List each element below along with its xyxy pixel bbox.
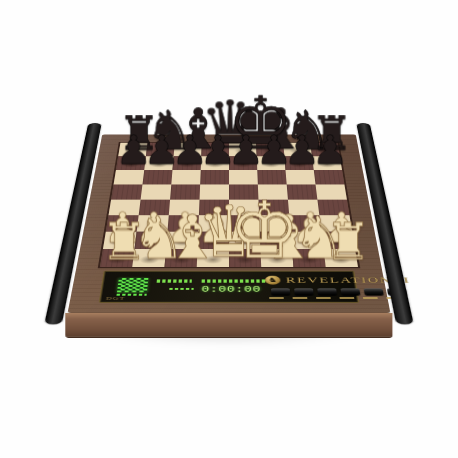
piece-black-pawn[interactable]: ♟ <box>256 134 286 166</box>
square-d6[interactable] <box>200 170 229 184</box>
square-a6[interactable] <box>114 170 145 184</box>
piece-black-pawn[interactable]: ♟ <box>144 134 174 166</box>
square-b5[interactable] <box>141 184 172 199</box>
square-h6[interactable] <box>314 170 345 184</box>
piece-black-pawn[interactable]: ♟ <box>228 134 258 166</box>
product-photo: ♜♞♝♛♚♝♞♜♟♟♟♟♟♟♟♟♟♟♟♟♟♟♟♟♜♞♝♛♚♝♞♜ <box>0 0 458 458</box>
chessboard: ♜♞♝♛♚♝♞♜♟♟♟♟♟♟♟♟♟♟♟♟♟♟♟♟♜♞♝♛♚♝♞♜ <box>98 142 361 268</box>
case-front-face <box>65 313 392 338</box>
piece-black-pawn[interactable]: ♟ <box>312 134 342 166</box>
maker-label: DGT <box>106 296 126 301</box>
button-1[interactable] <box>271 288 290 295</box>
lcd-screen: 0:00:00 <box>117 278 266 295</box>
piece-white-king[interactable]: ♚ <box>229 198 261 261</box>
square-h5[interactable] <box>316 184 347 199</box>
lcd-miniboard-icon <box>117 278 148 292</box>
piece-white-rook[interactable]: ♜ <box>101 221 133 262</box>
lcd-clock-dashes <box>169 288 193 290</box>
piece-black-pawn[interactable]: ♟ <box>116 134 146 166</box>
square-a7[interactable]: ♟ <box>116 156 146 170</box>
lcd-info-text <box>157 279 265 282</box>
lcd-text-segment <box>202 279 266 282</box>
display-panel: 0:00:00 ♞ REVELATION II DGT <box>99 271 360 303</box>
piece-black-pawn[interactable]: ♟ <box>172 134 202 166</box>
square-b6[interactable] <box>142 170 172 184</box>
square-e1[interactable]: ♚ <box>229 249 261 267</box>
chess-computer-case: ♜♞♝♛♚♝♞♜♟♟♟♟♟♟♟♟♟♟♟♟♟♟♟♟♜♞♝♛♚♝♞♜ <box>68 135 391 313</box>
square-g7[interactable]: ♟ <box>284 156 313 170</box>
square-d7[interactable]: ♟ <box>201 156 229 170</box>
square-c5[interactable] <box>170 184 200 199</box>
square-c6[interactable] <box>171 170 200 184</box>
lcd-text-segment <box>157 279 192 282</box>
square-c7[interactable]: ♟ <box>172 156 201 170</box>
button-4[interactable] <box>341 288 361 295</box>
square-g6[interactable] <box>286 170 316 184</box>
square-f6[interactable] <box>257 170 286 184</box>
knight-logo-icon: ♞ <box>265 275 281 284</box>
scene-3d: ♜♞♝♛♚♝♞♜♟♟♟♟♟♟♟♟♟♟♟♟♟♟♟♟♜♞♝♛♚♝♞♜ <box>0 0 458 458</box>
square-h7[interactable]: ♟ <box>312 156 342 170</box>
piece-black-pawn[interactable]: ♟ <box>200 134 230 166</box>
square-a1[interactable]: ♜ <box>100 249 134 267</box>
button-label-strip <box>269 297 410 299</box>
square-e7[interactable]: ♟ <box>229 156 257 170</box>
lcd-clock: 0:00:00 <box>201 285 261 293</box>
piece-white-rook[interactable]: ♜ <box>325 221 357 262</box>
square-h1[interactable]: ♜ <box>323 249 357 267</box>
piece-black-pawn[interactable]: ♟ <box>284 134 314 166</box>
square-a5[interactable] <box>111 184 142 199</box>
side-rail-left <box>44 123 102 324</box>
square-d1[interactable]: ♛ <box>197 249 229 267</box>
button-2[interactable] <box>294 288 313 295</box>
button-5[interactable] <box>364 288 384 295</box>
square-b7[interactable]: ♟ <box>144 156 173 170</box>
square-f7[interactable]: ♟ <box>257 156 286 170</box>
button-row <box>271 288 407 295</box>
button-3[interactable] <box>318 288 338 295</box>
square-e6[interactable] <box>229 170 258 184</box>
knight-logo-glyph: ♞ <box>268 277 278 283</box>
piece-white-queen[interactable]: ♛ <box>197 204 229 261</box>
